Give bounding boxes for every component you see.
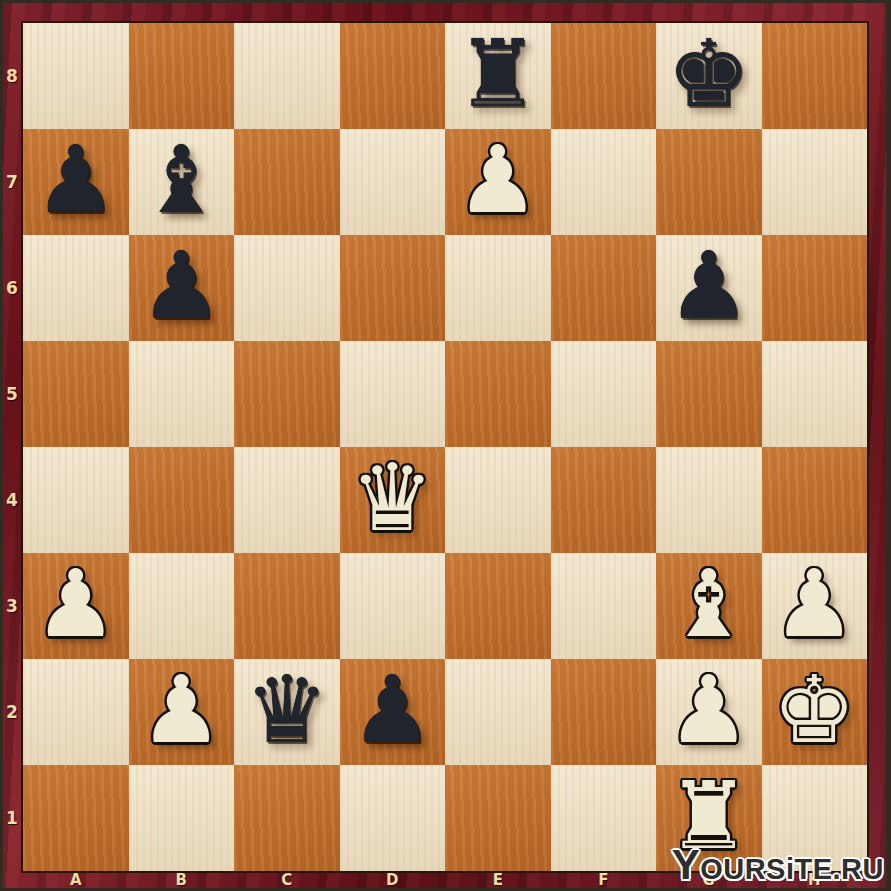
square-b7[interactable]: ♝	[129, 129, 235, 235]
rank-labels: 87654321	[2, 23, 22, 871]
board: ♜♚♟♝♟♟♟♛♟♝♟♟♛♟♟♚♜	[23, 23, 867, 871]
square-c4[interactable]	[234, 447, 340, 553]
square-d6[interactable]	[340, 235, 446, 341]
square-a5[interactable]	[23, 341, 129, 447]
square-f6[interactable]	[551, 235, 657, 341]
rank-label-8: 8	[2, 23, 22, 129]
black-rook-e8[interactable]: ♜	[456, 28, 539, 121]
square-e2[interactable]	[445, 659, 551, 765]
file-label-f: F	[551, 871, 657, 888]
square-h6[interactable]	[762, 235, 868, 341]
rank-label-6: 6	[2, 235, 22, 341]
square-f4[interactable]	[551, 447, 657, 553]
white-pawn-g2[interactable]: ♟	[667, 664, 750, 757]
square-e6[interactable]	[445, 235, 551, 341]
square-f7[interactable]	[551, 129, 657, 235]
square-d1[interactable]	[340, 765, 446, 871]
file-label-a: A	[23, 871, 129, 888]
square-d3[interactable]	[340, 553, 446, 659]
white-bishop-g3[interactable]: ♝	[667, 558, 750, 651]
square-g7[interactable]	[656, 129, 762, 235]
square-e1[interactable]	[445, 765, 551, 871]
rank-label-2: 2	[2, 659, 22, 765]
rank-label-4: 4	[2, 447, 22, 553]
square-d5[interactable]	[340, 341, 446, 447]
white-pawn-a3[interactable]: ♟	[34, 558, 117, 651]
rank-label-7: 7	[2, 129, 22, 235]
square-a8[interactable]	[23, 23, 129, 129]
square-c7[interactable]	[234, 129, 340, 235]
square-a7[interactable]: ♟	[23, 129, 129, 235]
square-a1[interactable]	[23, 765, 129, 871]
square-g4[interactable]	[656, 447, 762, 553]
square-f5[interactable]	[551, 341, 657, 447]
square-f3[interactable]	[551, 553, 657, 659]
square-d4[interactable]: ♛	[340, 447, 446, 553]
square-b5[interactable]	[129, 341, 235, 447]
black-queen-c2[interactable]: ♛	[245, 664, 328, 757]
square-b6[interactable]: ♟	[129, 235, 235, 341]
chess-diagram: ♜♚♟♝♟♟♟♛♟♝♟♟♛♟♟♚♜ 87654321 ABCDEFGH YOUR…	[0, 0, 891, 891]
square-c8[interactable]	[234, 23, 340, 129]
square-c1[interactable]	[234, 765, 340, 871]
square-c2[interactable]: ♛	[234, 659, 340, 765]
white-pawn-e7[interactable]: ♟	[456, 134, 539, 227]
rank-label-5: 5	[2, 341, 22, 447]
square-g5[interactable]	[656, 341, 762, 447]
square-h4[interactable]	[762, 447, 868, 553]
square-a4[interactable]	[23, 447, 129, 553]
square-h2[interactable]: ♚	[762, 659, 868, 765]
square-c5[interactable]	[234, 341, 340, 447]
white-king-h2[interactable]: ♚	[773, 664, 856, 757]
square-b1[interactable]	[129, 765, 235, 871]
square-b8[interactable]	[129, 23, 235, 129]
square-e4[interactable]	[445, 447, 551, 553]
square-d2[interactable]: ♟	[340, 659, 446, 765]
square-a3[interactable]: ♟	[23, 553, 129, 659]
square-f8[interactable]	[551, 23, 657, 129]
square-a6[interactable]	[23, 235, 129, 341]
square-h3[interactable]: ♟	[762, 553, 868, 659]
white-pawn-b2[interactable]: ♟	[140, 664, 223, 757]
rank-label-3: 3	[2, 553, 22, 659]
black-king-g8[interactable]: ♚	[667, 28, 750, 121]
square-g3[interactable]: ♝	[656, 553, 762, 659]
square-a2[interactable]	[23, 659, 129, 765]
square-h7[interactable]	[762, 129, 868, 235]
black-bishop-b7[interactable]: ♝	[140, 134, 223, 227]
file-label-e: E	[445, 871, 551, 888]
black-pawn-a7[interactable]: ♟	[34, 134, 117, 227]
file-label-d: D	[340, 871, 446, 888]
black-pawn-g6[interactable]: ♟	[667, 240, 750, 333]
square-g6[interactable]: ♟	[656, 235, 762, 341]
watermark: YOURSiTE.RU	[672, 841, 884, 889]
square-h8[interactable]	[762, 23, 868, 129]
square-b2[interactable]: ♟	[129, 659, 235, 765]
square-e7[interactable]: ♟	[445, 129, 551, 235]
black-pawn-d2[interactable]: ♟	[351, 664, 434, 757]
square-f1[interactable]	[551, 765, 657, 871]
square-c3[interactable]	[234, 553, 340, 659]
square-g8[interactable]: ♚	[656, 23, 762, 129]
square-h5[interactable]	[762, 341, 868, 447]
white-pawn-h3[interactable]: ♟	[773, 558, 856, 651]
square-e8[interactable]: ♜	[445, 23, 551, 129]
square-e5[interactable]	[445, 341, 551, 447]
square-c6[interactable]	[234, 235, 340, 341]
square-d7[interactable]	[340, 129, 446, 235]
rank-label-1: 1	[2, 765, 22, 871]
square-b4[interactable]	[129, 447, 235, 553]
white-queen-d4[interactable]: ♛	[351, 452, 434, 545]
black-pawn-b6[interactable]: ♟	[140, 240, 223, 333]
square-f2[interactable]	[551, 659, 657, 765]
square-g2[interactable]: ♟	[656, 659, 762, 765]
square-b3[interactable]	[129, 553, 235, 659]
square-e3[interactable]	[445, 553, 551, 659]
file-label-c: C	[234, 871, 340, 888]
file-label-b: B	[129, 871, 235, 888]
square-d8[interactable]	[340, 23, 446, 129]
